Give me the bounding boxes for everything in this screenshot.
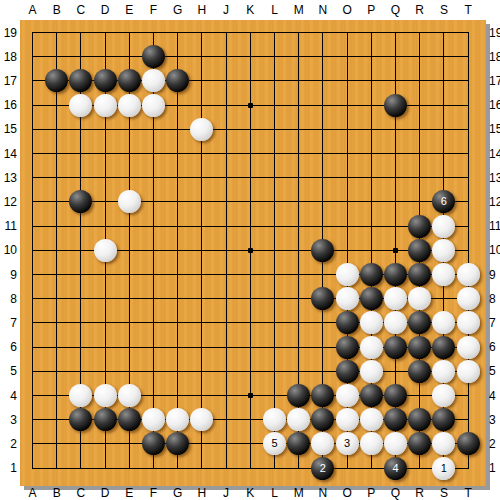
coord-label-top-O: O — [342, 3, 351, 17]
move-number-label: 5 — [271, 438, 277, 449]
coord-label-right-18: 18 — [489, 50, 500, 64]
black-stone-R10[interactable] — [408, 239, 431, 262]
coord-label-bottom-S: S — [440, 486, 448, 500]
black-stone-S12[interactable]: 6 — [432, 190, 455, 213]
move-number-label: 1 — [441, 463, 447, 474]
coord-label-top-Q: Q — [391, 3, 400, 17]
white-stone-O8[interactable] — [336, 287, 359, 310]
white-stone-Q2[interactable] — [384, 432, 407, 455]
black-stone-D3[interactable] — [94, 408, 117, 431]
coord-label-left-11: 11 — [1, 219, 17, 233]
black-stone-P4[interactable] — [360, 384, 383, 407]
black-stone-S3[interactable] — [432, 408, 455, 431]
coord-label-left-4: 4 — [1, 389, 17, 403]
black-stone-R11[interactable] — [408, 215, 431, 238]
black-stone-M2[interactable] — [287, 432, 310, 455]
white-stone-S2[interactable] — [432, 432, 455, 455]
white-stone-F17[interactable] — [142, 69, 165, 92]
black-stone-C3[interactable] — [69, 408, 92, 431]
coord-label-top-A: A — [28, 3, 36, 17]
coord-label-left-18: 18 — [1, 50, 17, 64]
black-stone-G2[interactable] — [166, 432, 189, 455]
black-stone-Q1[interactable]: 4 — [384, 457, 407, 480]
coord-label-right-9: 9 — [489, 268, 500, 282]
black-stone-P9[interactable] — [360, 263, 383, 286]
coord-label-right-1: 1 — [489, 461, 500, 475]
white-stone-O3[interactable] — [336, 408, 359, 431]
coord-label-left-6: 6 — [1, 340, 17, 354]
star-point-K10 — [248, 248, 253, 253]
coord-label-right-19: 19 — [489, 26, 500, 40]
white-stone-F3[interactable] — [142, 408, 165, 431]
white-stone-T9[interactable] — [457, 263, 480, 286]
coord-label-top-K: K — [246, 3, 254, 17]
coord-label-bottom-D: D — [101, 486, 110, 500]
coord-label-bottom-M: M — [294, 486, 304, 500]
black-stone-C17[interactable] — [69, 69, 92, 92]
coord-label-top-R: R — [415, 3, 424, 17]
go-diagram: 653241 AABBCCDDEEFFGGHHJJKKLLMMNNOOPPQQR… — [0, 0, 500, 500]
coord-label-left-2: 2 — [1, 437, 17, 451]
black-stone-Q6[interactable] — [384, 336, 407, 359]
coord-label-bottom-O: O — [342, 486, 351, 500]
white-stone-S11[interactable] — [432, 215, 455, 238]
black-stone-T2[interactable] — [457, 432, 480, 455]
black-stone-E3[interactable] — [118, 408, 141, 431]
coord-label-left-9: 9 — [1, 268, 17, 282]
black-stone-N10[interactable] — [311, 239, 334, 262]
coord-label-top-L: L — [271, 3, 278, 17]
move-number-label: 2 — [320, 463, 326, 474]
black-stone-F2[interactable] — [142, 432, 165, 455]
coord-label-bottom-J: J — [223, 486, 229, 500]
coord-label-right-4: 4 — [489, 389, 500, 403]
white-stone-E16[interactable] — [118, 94, 141, 117]
black-stone-R9[interactable] — [408, 263, 431, 286]
star-point-Q10 — [393, 248, 398, 253]
white-stone-E4[interactable] — [118, 384, 141, 407]
coord-label-top-D: D — [101, 3, 110, 17]
white-stone-E12[interactable] — [118, 190, 141, 213]
white-stone-S10[interactable] — [432, 239, 455, 262]
white-stone-O9[interactable] — [336, 263, 359, 286]
coord-label-left-19: 19 — [1, 26, 17, 40]
white-stone-C4[interactable] — [69, 384, 92, 407]
coord-label-right-12: 12 — [489, 195, 500, 209]
white-stone-H3[interactable] — [190, 408, 213, 431]
coord-label-left-12: 12 — [1, 195, 17, 209]
grid-line-vertical — [468, 32, 469, 469]
coord-label-left-5: 5 — [1, 364, 17, 378]
white-stone-L2[interactable]: 5 — [263, 432, 286, 455]
white-stone-P2[interactable] — [360, 432, 383, 455]
coord-label-top-P: P — [367, 3, 375, 17]
coord-label-right-2: 2 — [489, 437, 500, 451]
white-stone-P7[interactable] — [360, 311, 383, 334]
coord-label-bottom-Q: Q — [391, 486, 400, 500]
white-stone-T5[interactable] — [457, 360, 480, 383]
coord-label-top-J: J — [223, 3, 229, 17]
coord-label-top-E: E — [125, 3, 133, 17]
black-stone-Q4[interactable] — [384, 384, 407, 407]
black-stone-P8[interactable] — [360, 287, 383, 310]
black-stone-Q16[interactable] — [384, 94, 407, 117]
coord-label-right-13: 13 — [489, 171, 500, 185]
coord-label-right-7: 7 — [489, 316, 500, 330]
black-stone-S6[interactable] — [432, 336, 455, 359]
coord-label-top-G: G — [173, 3, 182, 17]
coord-label-left-10: 10 — [1, 243, 17, 257]
black-stone-M4[interactable] — [287, 384, 310, 407]
coord-label-right-6: 6 — [489, 340, 500, 354]
grid-line-vertical — [274, 32, 275, 469]
white-stone-D4[interactable] — [94, 384, 117, 407]
white-stone-T8[interactable] — [457, 287, 480, 310]
coord-label-left-8: 8 — [1, 292, 17, 306]
coord-label-bottom-H: H — [198, 486, 207, 500]
black-stone-R2[interactable] — [408, 432, 431, 455]
white-stone-D10[interactable] — [94, 239, 117, 262]
white-stone-N2[interactable] — [311, 432, 334, 455]
black-stone-R5[interactable] — [408, 360, 431, 383]
black-stone-R6[interactable] — [408, 336, 431, 359]
white-stone-M3[interactable] — [287, 408, 310, 431]
black-stone-R7[interactable] — [408, 311, 431, 334]
move-number-label: 4 — [392, 463, 398, 474]
white-stone-O4[interactable] — [336, 384, 359, 407]
coord-label-bottom-P: P — [367, 486, 375, 500]
black-stone-N4[interactable] — [311, 384, 334, 407]
coord-label-left-16: 16 — [1, 98, 17, 112]
white-stone-C16[interactable] — [69, 94, 92, 117]
black-stone-N1[interactable]: 2 — [311, 457, 334, 480]
coord-label-top-N: N — [319, 3, 328, 17]
white-stone-G3[interactable] — [166, 408, 189, 431]
white-stone-F16[interactable] — [142, 94, 165, 117]
white-stone-O2[interactable]: 3 — [336, 432, 359, 455]
white-stone-S4[interactable] — [432, 384, 455, 407]
move-number-label: 6 — [441, 196, 447, 207]
coord-label-bottom-L: L — [271, 486, 278, 500]
coord-label-bottom-K: K — [246, 486, 254, 500]
coord-label-top-B: B — [53, 3, 61, 17]
coord-label-bottom-E: E — [125, 486, 133, 500]
coord-label-left-15: 15 — [1, 122, 17, 136]
coord-label-left-17: 17 — [1, 74, 17, 88]
coord-label-bottom-B: B — [53, 486, 61, 500]
coord-label-top-C: C — [77, 3, 86, 17]
white-stone-H15[interactable] — [190, 118, 213, 141]
coord-label-left-1: 1 — [1, 461, 17, 475]
white-stone-S5[interactable] — [432, 360, 455, 383]
coord-label-left-3: 3 — [1, 413, 17, 427]
coord-label-right-11: 11 — [489, 219, 500, 233]
coord-label-right-10: 10 — [489, 243, 500, 257]
white-stone-T7[interactable] — [457, 311, 480, 334]
coord-label-top-M: M — [294, 3, 304, 17]
white-stone-S1[interactable]: 1 — [432, 457, 455, 480]
white-stone-P6[interactable] — [360, 336, 383, 359]
black-stone-D17[interactable] — [94, 69, 117, 92]
coord-label-bottom-F: F — [150, 486, 157, 500]
coord-label-right-8: 8 — [489, 292, 500, 306]
black-stone-Q9[interactable] — [384, 263, 407, 286]
go-board[interactable]: 653241 — [20, 20, 486, 486]
coord-label-bottom-R: R — [415, 486, 424, 500]
star-point-K4 — [248, 393, 253, 398]
black-stone-B17[interactable] — [45, 69, 68, 92]
coord-label-bottom-G: G — [173, 486, 182, 500]
coord-label-bottom-C: C — [77, 486, 86, 500]
white-stone-P3[interactable] — [360, 408, 383, 431]
white-stone-T6[interactable] — [457, 336, 480, 359]
black-stone-O5[interactable] — [336, 360, 359, 383]
white-stone-S9[interactable] — [432, 263, 455, 286]
white-stone-D16[interactable] — [94, 94, 117, 117]
coord-label-right-17: 17 — [489, 74, 500, 88]
coord-label-right-16: 16 — [489, 98, 500, 112]
coord-label-left-14: 14 — [1, 147, 17, 161]
grid-line-horizontal — [32, 371, 469, 372]
coord-label-bottom-A: A — [28, 486, 36, 500]
coord-label-right-15: 15 — [489, 122, 500, 136]
coord-label-top-F: F — [150, 3, 157, 17]
coord-label-right-3: 3 — [489, 413, 500, 427]
black-stone-R3[interactable] — [408, 408, 431, 431]
coord-label-top-T: T — [464, 3, 471, 17]
black-stone-F18[interactable] — [142, 45, 165, 68]
black-stone-O6[interactable] — [336, 336, 359, 359]
coord-label-bottom-T: T — [464, 486, 471, 500]
coord-label-left-13: 13 — [1, 171, 17, 185]
black-stone-O7[interactable] — [336, 311, 359, 334]
star-point-K16 — [248, 103, 253, 108]
coord-label-left-7: 7 — [1, 316, 17, 330]
white-stone-S7[interactable] — [432, 311, 455, 334]
white-stone-Q8[interactable] — [384, 287, 407, 310]
black-stone-E17[interactable] — [118, 69, 141, 92]
black-stone-Q3[interactable] — [384, 408, 407, 431]
coord-label-right-14: 14 — [489, 147, 500, 161]
coord-label-top-S: S — [440, 3, 448, 17]
white-stone-P5[interactable] — [360, 360, 383, 383]
move-number-label: 3 — [344, 438, 350, 449]
coord-label-top-H: H — [198, 3, 207, 17]
white-stone-R8[interactable] — [408, 287, 431, 310]
black-stone-N3[interactable] — [311, 408, 334, 431]
black-stone-N8[interactable] — [311, 287, 334, 310]
coord-label-bottom-N: N — [319, 486, 328, 500]
coord-label-right-5: 5 — [489, 364, 500, 378]
black-stone-C12[interactable] — [69, 190, 92, 213]
white-stone-Q7[interactable] — [384, 311, 407, 334]
black-stone-G17[interactable] — [166, 69, 189, 92]
white-stone-L3[interactable] — [263, 408, 286, 431]
